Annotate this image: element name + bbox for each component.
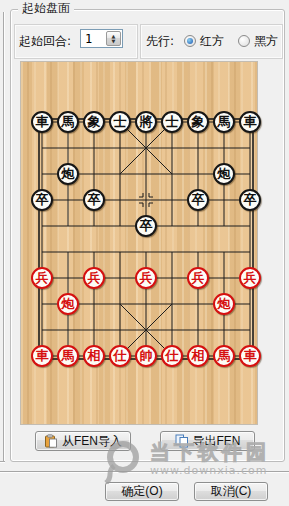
piece-rR[interactable]: 車 xyxy=(239,345,261,367)
piece-rP[interactable]: 兵 xyxy=(83,267,105,289)
piece-rP[interactable]: 兵 xyxy=(239,267,261,289)
piece-rB[interactable]: 相 xyxy=(187,345,209,367)
start-round-label: 起始回合: xyxy=(19,31,71,51)
piece-bN[interactable]: 馬 xyxy=(213,111,235,133)
piece-bA[interactable]: 士 xyxy=(161,111,183,133)
copy-pages-icon xyxy=(175,434,189,448)
piece-bP[interactable]: 卒 xyxy=(31,189,53,211)
piece-bP[interactable]: 卒 xyxy=(239,189,261,211)
radio-red-side[interactable]: 红方 xyxy=(184,35,224,47)
start-round-editbox: ▲ ▼ xyxy=(80,29,123,48)
radio-red-circle-icon[interactable] xyxy=(184,35,196,47)
piece-bP[interactable]: 卒 xyxy=(83,189,105,211)
piece-bR[interactable]: 車 xyxy=(239,111,261,133)
groupbox-title: 起始盘面 xyxy=(18,1,74,16)
round-spinner[interactable]: ▲ ▼ xyxy=(106,31,121,46)
radio-red-label: 红方 xyxy=(200,35,224,47)
xiangqi-board[interactable]: 車馬象士將士象馬車炮炮卒卒卒卒卒兵兵兵兵兵炮炮車馬相仕帥仕相馬車 xyxy=(21,62,257,424)
ok-button[interactable]: 确定(O) xyxy=(105,482,179,501)
radio-black-circle-icon[interactable] xyxy=(238,35,250,47)
radio-black-side[interactable]: 黑方 xyxy=(238,35,278,47)
piece-rN[interactable]: 馬 xyxy=(213,345,235,367)
piece-rC[interactable]: 炮 xyxy=(213,293,235,315)
piece-rA[interactable]: 仕 xyxy=(161,345,183,367)
ok-label: 确定(O) xyxy=(121,483,162,500)
piece-bP[interactable]: 卒 xyxy=(187,189,209,211)
paste-clipboard-icon xyxy=(44,434,58,448)
piece-rP[interactable]: 兵 xyxy=(187,267,209,289)
spinner-down-icon[interactable]: ▼ xyxy=(112,39,116,44)
start-round-input[interactable] xyxy=(82,31,109,46)
piece-bA[interactable]: 士 xyxy=(109,111,131,133)
piece-bC[interactable]: 炮 xyxy=(213,163,235,185)
cancel-button[interactable]: 取消(C) xyxy=(194,482,268,501)
adjacent-panel-edge xyxy=(3,12,5,462)
piece-rP[interactable]: 兵 xyxy=(135,267,157,289)
export-fen-button[interactable]: 导出FEN xyxy=(160,431,255,451)
piece-rB[interactable]: 相 xyxy=(83,345,105,367)
cancel-label: 取消(C) xyxy=(211,483,252,500)
piece-bP[interactable]: 卒 xyxy=(135,215,157,237)
piece-rA[interactable]: 仕 xyxy=(109,345,131,367)
piece-rR[interactable]: 車 xyxy=(31,345,53,367)
adjacent-panel-edge-bottom xyxy=(0,461,5,463)
piece-rC[interactable]: 炮 xyxy=(57,293,79,315)
piece-rK[interactable]: 帥 xyxy=(135,345,157,367)
piece-bC[interactable]: 炮 xyxy=(57,163,79,185)
piece-bN[interactable]: 馬 xyxy=(57,111,79,133)
bottom-divider xyxy=(0,471,289,473)
piece-bB[interactable]: 象 xyxy=(187,111,209,133)
first-move-label: 先行: xyxy=(146,31,174,51)
piece-bB[interactable]: 象 xyxy=(83,111,105,133)
piece-rP[interactable]: 兵 xyxy=(31,267,53,289)
radio-black-label: 黑方 xyxy=(254,35,278,47)
import-fen-label: 从FEN导入 xyxy=(62,433,122,450)
export-fen-label: 导出FEN xyxy=(193,433,241,450)
import-fen-button[interactable]: 从FEN导入 xyxy=(35,431,131,451)
piece-bR[interactable]: 車 xyxy=(31,111,53,133)
piece-bK[interactable]: 將 xyxy=(135,111,157,133)
piece-rN[interactable]: 馬 xyxy=(57,345,79,367)
